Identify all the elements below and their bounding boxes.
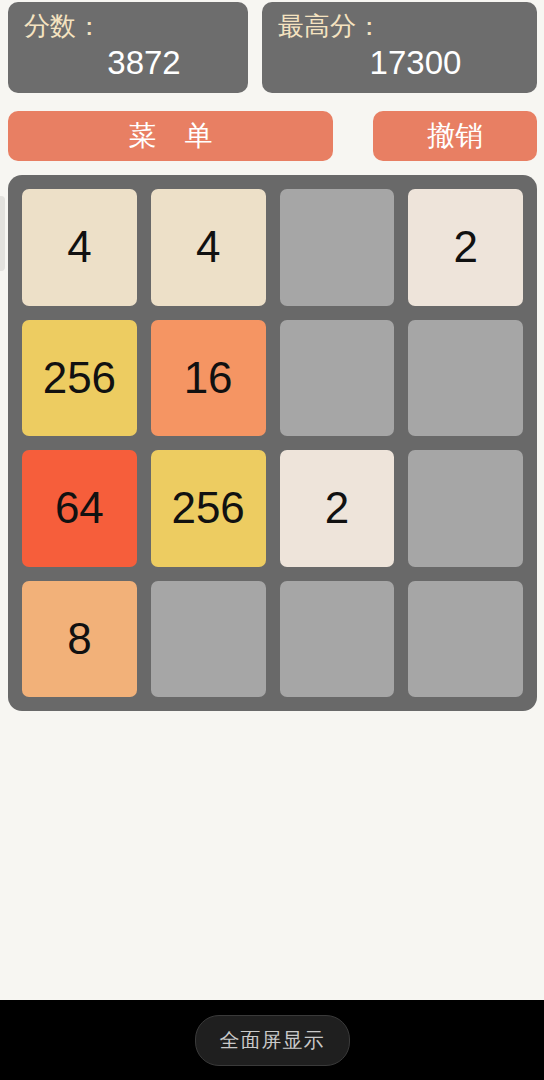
tile-8: 8 [22,581,137,698]
empty-cell [280,189,395,306]
fullscreen-display-button[interactable]: 全面屏显示 [195,1015,350,1066]
score-label: 分数： [24,10,232,42]
tile-16: 16 [151,320,266,437]
undo-button[interactable]: 撤销 [373,111,537,161]
tile-256: 256 [151,450,266,567]
menu-button[interactable]: 菜 单 [8,111,333,161]
tile-2: 2 [280,450,395,567]
empty-cell [408,450,523,567]
tile-2: 2 [408,189,523,306]
empty-cell [280,320,395,437]
tile-4: 4 [22,189,137,306]
best-score-box: 最高分： 17300 [262,2,537,93]
bottom-nav-bar: 全面屏显示 [0,1000,544,1080]
empty-cell [151,581,266,698]
score-box: 分数： 3872 [8,2,248,93]
tile-256: 256 [22,320,137,437]
tile-64: 64 [22,450,137,567]
empty-cell [408,320,523,437]
tile-4: 4 [151,189,266,306]
best-score-value: 17300 [278,42,521,83]
edge-panel-handle[interactable] [0,196,5,271]
score-value: 3872 [24,42,232,83]
empty-cell [408,581,523,698]
app-screen: 分数： 3872 最高分： 17300 菜 单 撤销 4422561664256… [0,0,544,1080]
empty-cell [280,581,395,698]
board[interactable]: 442256166425628 [8,175,537,711]
best-score-label: 最高分： [278,10,521,42]
